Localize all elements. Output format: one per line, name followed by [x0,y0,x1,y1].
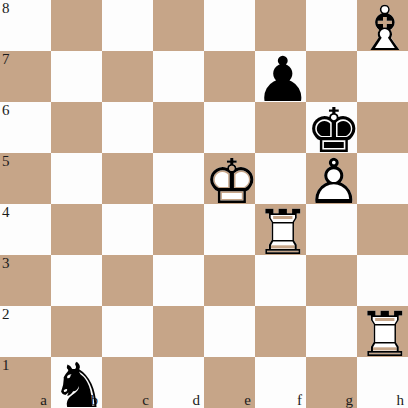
square-f4[interactable]: ♜♖ [255,204,306,255]
square-e6[interactable] [204,102,255,153]
square-g8[interactable] [306,0,357,51]
square-f8[interactable] [255,0,306,51]
square-h3[interactable] [357,255,408,306]
piece-black-king[interactable]: ♚ [306,102,357,153]
square-h8[interactable]: ♝♗ [357,0,408,51]
square-d7[interactable] [153,51,204,102]
rank-label-8: 8 [2,1,10,16]
square-h6[interactable] [357,102,408,153]
square-h1[interactable]: h [357,357,408,408]
file-label-e: e [244,394,251,407]
piece-white-pawn[interactable]: ♟♙ [306,153,357,204]
square-e2[interactable] [204,306,255,357]
square-a4[interactable]: 4 [0,204,51,255]
file-label-f: f [297,394,302,407]
square-d4[interactable] [153,204,204,255]
square-f7[interactable]: ♟ [255,51,306,102]
rank-label-2: 2 [2,307,10,322]
square-d1[interactable]: d [153,357,204,408]
square-d3[interactable] [153,255,204,306]
square-h5[interactable] [357,153,408,204]
square-f3[interactable] [255,255,306,306]
square-c2[interactable] [102,306,153,357]
file-label-c: c [142,394,149,407]
square-a1[interactable]: 1a [0,357,51,408]
white-rook-outline-glyph: ♖ [357,304,408,366]
square-g1[interactable]: g [306,357,357,408]
square-e5[interactable]: ♚♔ [204,153,255,204]
square-b5[interactable] [51,153,102,204]
file-label-g: g [346,394,354,407]
rank-label-3: 3 [2,256,10,271]
square-b4[interactable] [51,204,102,255]
square-f1[interactable]: f [255,357,306,408]
square-d6[interactable] [153,102,204,153]
square-a8[interactable]: 8 [0,0,51,51]
square-c7[interactable] [102,51,153,102]
white-king-glyph: ♚ [204,151,260,213]
white-rook-outline-glyph: ♖ [255,202,311,264]
square-c6[interactable] [102,102,153,153]
piece-black-pawn[interactable]: ♟ [255,51,306,102]
rank-label-5: 5 [2,154,10,169]
rank-label-6: 6 [2,103,10,118]
piece-white-rook[interactable]: ♜♖ [357,306,408,357]
square-a6[interactable]: 6 [0,102,51,153]
piece-white-king[interactable]: ♚♔ [204,153,255,204]
white-rook-glyph: ♜ [357,304,408,366]
square-e3[interactable] [204,255,255,306]
piece-white-rook[interactable]: ♜♖ [255,204,306,255]
white-pawn-glyph: ♟ [306,151,362,213]
rank-label-1: 1 [2,358,10,373]
square-c3[interactable] [102,255,153,306]
square-g6[interactable]: ♚ [306,102,357,153]
square-g3[interactable] [306,255,357,306]
black-knight-glyph: ♞ [51,355,107,408]
square-h7[interactable] [357,51,408,102]
square-a3[interactable]: 3 [0,255,51,306]
square-a5[interactable]: 5 [0,153,51,204]
white-rook-glyph: ♜ [255,202,311,264]
white-pawn-outline-glyph: ♙ [306,151,362,213]
square-c8[interactable] [102,0,153,51]
chess-board: 8♝♗7♟6♚5♚♔♟♙4♜♖32♜♖1ab♞cdefgh [0,0,408,408]
square-d8[interactable] [153,0,204,51]
square-g4[interactable] [306,204,357,255]
file-label-h: h [397,394,405,407]
square-e1[interactable]: e [204,357,255,408]
square-e8[interactable] [204,0,255,51]
square-c1[interactable]: c [102,357,153,408]
file-label-a: a [40,394,47,407]
square-b1[interactable]: b♞ [51,357,102,408]
black-pawn-glyph: ♟ [255,49,311,111]
file-label-d: d [193,394,201,407]
rank-label-7: 7 [2,52,10,67]
square-d5[interactable] [153,153,204,204]
square-e7[interactable] [204,51,255,102]
square-h4[interactable] [357,204,408,255]
square-b7[interactable] [51,51,102,102]
square-b6[interactable] [51,102,102,153]
square-f6[interactable] [255,102,306,153]
square-f5[interactable] [255,153,306,204]
square-g2[interactable] [306,306,357,357]
square-c4[interactable] [102,204,153,255]
square-b8[interactable] [51,0,102,51]
white-king-outline-glyph: ♔ [204,151,260,213]
square-a7[interactable]: 7 [0,51,51,102]
rank-label-4: 4 [2,205,10,220]
square-b2[interactable] [51,306,102,357]
square-a2[interactable]: 2 [0,306,51,357]
square-b3[interactable] [51,255,102,306]
piece-black-knight[interactable]: ♞ [51,357,102,408]
square-h2[interactable]: ♜♖ [357,306,408,357]
square-e4[interactable] [204,204,255,255]
piece-white-bishop[interactable]: ♝♗ [357,0,408,51]
square-d2[interactable] [153,306,204,357]
square-c5[interactable] [102,153,153,204]
square-g5[interactable]: ♟♙ [306,153,357,204]
square-f2[interactable] [255,306,306,357]
square-g7[interactable] [306,51,357,102]
